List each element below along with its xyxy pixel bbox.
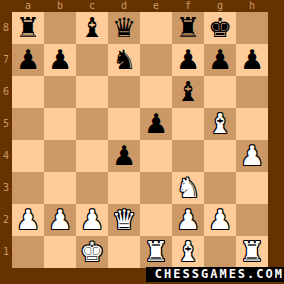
rank-label-5: 5 bbox=[0, 108, 12, 140]
file-label-g: g bbox=[204, 0, 236, 12]
square-f5[interactable] bbox=[172, 108, 204, 140]
rank-label-2: 2 bbox=[0, 204, 12, 236]
square-c3[interactable] bbox=[76, 172, 108, 204]
piece-white-pawn: ♟ bbox=[16, 204, 40, 236]
piece-black-pawn: ♟ bbox=[48, 44, 72, 76]
square-e6[interactable] bbox=[140, 76, 172, 108]
square-h8[interactable] bbox=[236, 12, 268, 44]
square-a6[interactable] bbox=[12, 76, 44, 108]
file-label-f: f bbox=[172, 0, 204, 12]
chess-board: ♜♝♛♜♚♟♟♞♟♟♟♝♟♝♟♟♞♟♟♟♛♟♟♚♜♝♜ bbox=[12, 12, 268, 268]
piece-black-pawn: ♟ bbox=[208, 44, 232, 76]
piece-white-rook: ♜ bbox=[144, 236, 168, 268]
square-h5[interactable] bbox=[236, 108, 268, 140]
square-e5[interactable]: ♟ bbox=[140, 108, 172, 140]
square-c5[interactable] bbox=[76, 108, 108, 140]
square-b2[interactable]: ♟ bbox=[44, 204, 76, 236]
square-d7[interactable]: ♞ bbox=[108, 44, 140, 76]
square-g2[interactable]: ♟ bbox=[204, 204, 236, 236]
piece-black-knight: ♞ bbox=[112, 44, 136, 76]
rank-label-8: 8 bbox=[0, 12, 12, 44]
rank-label-1: 1 bbox=[0, 236, 12, 268]
square-b6[interactable] bbox=[44, 76, 76, 108]
piece-white-pawn: ♟ bbox=[208, 204, 232, 236]
piece-white-pawn: ♟ bbox=[80, 204, 104, 236]
square-f4[interactable] bbox=[172, 140, 204, 172]
square-c2[interactable]: ♟ bbox=[76, 204, 108, 236]
square-a7[interactable]: ♟ bbox=[12, 44, 44, 76]
square-d4[interactable]: ♟ bbox=[108, 140, 140, 172]
square-d3[interactable] bbox=[108, 172, 140, 204]
square-g5[interactable]: ♝ bbox=[204, 108, 236, 140]
piece-black-rook: ♜ bbox=[176, 12, 200, 44]
square-a1[interactable] bbox=[12, 236, 44, 268]
square-d6[interactable] bbox=[108, 76, 140, 108]
piece-white-king: ♚ bbox=[80, 236, 104, 268]
square-d8[interactable]: ♛ bbox=[108, 12, 140, 44]
piece-white-pawn: ♟ bbox=[176, 204, 200, 236]
square-d2[interactable]: ♛ bbox=[108, 204, 140, 236]
square-h7[interactable]: ♟ bbox=[236, 44, 268, 76]
square-b5[interactable] bbox=[44, 108, 76, 140]
file-label-c: c bbox=[76, 0, 108, 12]
square-f7[interactable]: ♟ bbox=[172, 44, 204, 76]
square-e2[interactable] bbox=[140, 204, 172, 236]
square-d5[interactable] bbox=[108, 108, 140, 140]
square-b7[interactable]: ♟ bbox=[44, 44, 76, 76]
piece-black-rook: ♜ bbox=[16, 12, 40, 44]
square-h4[interactable]: ♟ bbox=[236, 140, 268, 172]
square-a5[interactable] bbox=[12, 108, 44, 140]
file-labels: abcdefgh bbox=[12, 0, 268, 12]
piece-white-bishop: ♝ bbox=[176, 236, 200, 268]
piece-black-pawn: ♟ bbox=[240, 44, 264, 76]
square-e4[interactable] bbox=[140, 140, 172, 172]
square-d1[interactable] bbox=[108, 236, 140, 268]
square-f6[interactable]: ♝ bbox=[172, 76, 204, 108]
rank-label-3: 3 bbox=[0, 172, 12, 204]
piece-black-pawn: ♟ bbox=[112, 140, 136, 172]
rank-label-4: 4 bbox=[0, 140, 12, 172]
square-f8[interactable]: ♜ bbox=[172, 12, 204, 44]
square-a8[interactable]: ♜ bbox=[12, 12, 44, 44]
file-label-d: d bbox=[108, 0, 140, 12]
square-a3[interactable] bbox=[12, 172, 44, 204]
square-f2[interactable]: ♟ bbox=[172, 204, 204, 236]
square-a2[interactable]: ♟ bbox=[12, 204, 44, 236]
square-g8[interactable]: ♚ bbox=[204, 12, 236, 44]
file-label-h: h bbox=[236, 0, 268, 12]
file-label-b: b bbox=[44, 0, 76, 12]
piece-white-bishop: ♝ bbox=[208, 108, 232, 140]
square-h6[interactable] bbox=[236, 76, 268, 108]
square-e8[interactable] bbox=[140, 12, 172, 44]
square-c6[interactable] bbox=[76, 76, 108, 108]
square-b1[interactable] bbox=[44, 236, 76, 268]
square-g1[interactable] bbox=[204, 236, 236, 268]
square-e1[interactable]: ♜ bbox=[140, 236, 172, 268]
piece-black-pawn: ♟ bbox=[16, 44, 40, 76]
square-f3[interactable]: ♞ bbox=[172, 172, 204, 204]
rank-label-7: 7 bbox=[0, 44, 12, 76]
square-h3[interactable] bbox=[236, 172, 268, 204]
piece-black-king: ♚ bbox=[208, 12, 232, 44]
square-f1[interactable]: ♝ bbox=[172, 236, 204, 268]
square-a4[interactable] bbox=[12, 140, 44, 172]
square-c8[interactable]: ♝ bbox=[76, 12, 108, 44]
chess-diagram: abcdefgh 87654321 ♜♝♛♜♚♟♟♞♟♟♟♝♟♝♟♟♞♟♟♟♛♟… bbox=[0, 0, 284, 284]
square-g7[interactable]: ♟ bbox=[204, 44, 236, 76]
square-h2[interactable] bbox=[236, 204, 268, 236]
square-e3[interactable] bbox=[140, 172, 172, 204]
square-g4[interactable] bbox=[204, 140, 236, 172]
square-b4[interactable] bbox=[44, 140, 76, 172]
piece-black-bishop: ♝ bbox=[176, 76, 200, 108]
branding-label: CHESSGAMES.COM bbox=[146, 267, 284, 282]
piece-black-pawn: ♟ bbox=[144, 108, 168, 140]
square-e7[interactable] bbox=[140, 44, 172, 76]
square-g6[interactable] bbox=[204, 76, 236, 108]
piece-black-pawn: ♟ bbox=[176, 44, 200, 76]
rank-label-6: 6 bbox=[0, 76, 12, 108]
rank-labels: 87654321 bbox=[0, 12, 12, 268]
piece-white-pawn: ♟ bbox=[48, 204, 72, 236]
square-c4[interactable] bbox=[76, 140, 108, 172]
square-c7[interactable] bbox=[76, 44, 108, 76]
square-b8[interactable] bbox=[44, 12, 76, 44]
piece-black-bishop: ♝ bbox=[80, 12, 104, 44]
piece-white-knight: ♞ bbox=[176, 172, 200, 204]
piece-white-pawn: ♟ bbox=[240, 140, 264, 172]
piece-white-queen: ♛ bbox=[112, 204, 136, 236]
file-label-a: a bbox=[12, 0, 44, 12]
file-label-e: e bbox=[140, 0, 172, 12]
square-h1[interactable]: ♜ bbox=[236, 236, 268, 268]
square-b3[interactable] bbox=[44, 172, 76, 204]
square-g3[interactable] bbox=[204, 172, 236, 204]
piece-black-queen: ♛ bbox=[112, 12, 136, 44]
square-c1[interactable]: ♚ bbox=[76, 236, 108, 268]
piece-white-rook: ♜ bbox=[240, 236, 264, 268]
